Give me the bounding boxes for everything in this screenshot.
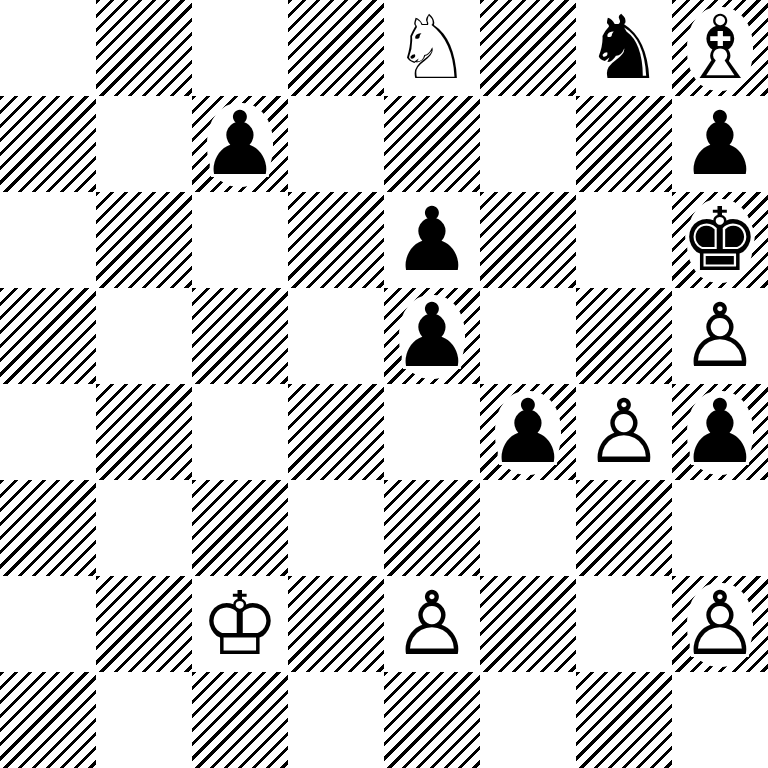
square-b3[interactable] (96, 480, 192, 576)
square-a1[interactable] (0, 672, 96, 768)
square-c6[interactable] (192, 192, 288, 288)
square-g7[interactable] (576, 96, 672, 192)
black-pawn-icon: ♟ (393, 192, 472, 288)
square-f2[interactable] (480, 576, 576, 672)
square-h8[interactable]: ♗ (672, 0, 768, 96)
piece-white-pawn[interactable]: ♙ (672, 288, 768, 384)
square-b4[interactable] (96, 384, 192, 480)
square-d4[interactable] (288, 384, 384, 480)
piece-white-bishop[interactable]: ♗ (672, 0, 768, 96)
piece-black-pawn[interactable]: ♟ (672, 96, 768, 192)
square-h4[interactable]: ♟ (672, 384, 768, 480)
square-e8[interactable]: ♘ (384, 0, 480, 96)
piece-black-pawn[interactable]: ♟ (384, 288, 480, 384)
black-pawn-icon: ♟ (681, 384, 760, 480)
square-a8[interactable] (0, 0, 96, 96)
white-pawn-icon: ♙ (393, 576, 472, 672)
square-e1[interactable] (384, 672, 480, 768)
piece-black-pawn[interactable]: ♟ (672, 384, 768, 480)
square-d1[interactable] (288, 672, 384, 768)
square-d8[interactable] (288, 0, 384, 96)
square-d2[interactable] (288, 576, 384, 672)
square-g2[interactable] (576, 576, 672, 672)
square-h7[interactable]: ♟ (672, 96, 768, 192)
square-f7[interactable] (480, 96, 576, 192)
square-a6[interactable] (0, 192, 96, 288)
square-e5[interactable]: ♟ (384, 288, 480, 384)
square-g4[interactable]: ♙ (576, 384, 672, 480)
piece-white-pawn[interactable]: ♙ (672, 576, 768, 672)
square-h2[interactable]: ♙ (672, 576, 768, 672)
piece-black-pawn[interactable]: ♟ (384, 192, 480, 288)
square-c8[interactable] (192, 0, 288, 96)
square-e3[interactable] (384, 480, 480, 576)
square-f4[interactable]: ♟ (480, 384, 576, 480)
square-a4[interactable] (0, 384, 96, 480)
square-f5[interactable] (480, 288, 576, 384)
square-a5[interactable] (0, 288, 96, 384)
piece-white-knight[interactable]: ♘ (384, 0, 480, 96)
square-g6[interactable] (576, 192, 672, 288)
square-a3[interactable] (0, 480, 96, 576)
square-h1[interactable] (672, 672, 768, 768)
square-c1[interactable] (192, 672, 288, 768)
black-king-icon: ♚ (681, 192, 760, 288)
square-d3[interactable] (288, 480, 384, 576)
black-pawn-icon: ♟ (201, 96, 280, 192)
square-e7[interactable] (384, 96, 480, 192)
square-c3[interactable] (192, 480, 288, 576)
square-g3[interactable] (576, 480, 672, 576)
piece-white-pawn[interactable]: ♙ (576, 384, 672, 480)
black-pawn-icon: ♟ (489, 384, 568, 480)
square-f3[interactable] (480, 480, 576, 576)
square-h6[interactable]: ♚ (672, 192, 768, 288)
square-d5[interactable] (288, 288, 384, 384)
piece-black-pawn[interactable]: ♟ (480, 384, 576, 480)
square-b2[interactable] (96, 576, 192, 672)
square-b8[interactable] (96, 0, 192, 96)
square-b1[interactable] (96, 672, 192, 768)
square-c4[interactable] (192, 384, 288, 480)
square-f6[interactable] (480, 192, 576, 288)
square-e6[interactable]: ♟ (384, 192, 480, 288)
square-g8[interactable]: ♞ (576, 0, 672, 96)
square-b6[interactable] (96, 192, 192, 288)
square-f1[interactable] (480, 672, 576, 768)
square-c2[interactable]: ♔ (192, 576, 288, 672)
white-king-icon: ♔ (201, 576, 280, 672)
square-e2[interactable]: ♙ (384, 576, 480, 672)
square-h5[interactable]: ♙ (672, 288, 768, 384)
white-bishop-icon: ♗ (681, 0, 760, 96)
square-f8[interactable] (480, 0, 576, 96)
square-a2[interactable] (0, 576, 96, 672)
chessboard: ♘♞♗♟♟♟♚♟♙♟♙♟♔♙♙ (0, 0, 768, 768)
square-c7[interactable]: ♟ (192, 96, 288, 192)
square-b7[interactable] (96, 96, 192, 192)
white-pawn-icon: ♙ (681, 576, 760, 672)
square-a7[interactable] (0, 96, 96, 192)
white-knight-icon: ♘ (393, 0, 472, 96)
square-c5[interactable] (192, 288, 288, 384)
piece-black-knight[interactable]: ♞ (576, 0, 672, 96)
white-pawn-icon: ♙ (585, 384, 664, 480)
black-knight-icon: ♞ (585, 0, 664, 96)
white-pawn-icon: ♙ (681, 288, 760, 384)
square-h3[interactable] (672, 480, 768, 576)
piece-black-pawn[interactable]: ♟ (192, 96, 288, 192)
piece-white-pawn[interactable]: ♙ (384, 576, 480, 672)
piece-white-king[interactable]: ♔ (192, 576, 288, 672)
square-g1[interactable] (576, 672, 672, 768)
square-b5[interactable] (96, 288, 192, 384)
black-pawn-icon: ♟ (681, 96, 760, 192)
piece-black-king[interactable]: ♚ (672, 192, 768, 288)
square-d7[interactable] (288, 96, 384, 192)
square-e4[interactable] (384, 384, 480, 480)
square-d6[interactable] (288, 192, 384, 288)
square-g5[interactable] (576, 288, 672, 384)
black-pawn-icon: ♟ (393, 288, 472, 384)
